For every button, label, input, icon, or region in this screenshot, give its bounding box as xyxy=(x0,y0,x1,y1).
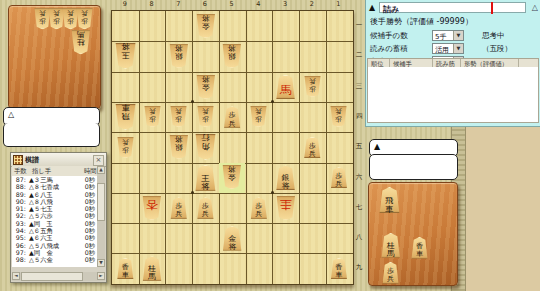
shogi-piece-sente[interactable]: 歩兵 xyxy=(250,197,267,219)
shogi-piece-sente[interactable]: 歩兵 xyxy=(382,262,399,284)
kifu-header-cell: 時間 xyxy=(84,167,97,176)
kifu-move-row[interactable]: 87:▲３三馬0秒 xyxy=(12,176,97,183)
shogi-piece-gote[interactable]: 歩兵 xyxy=(250,106,267,128)
sente-hand-extra-box xyxy=(369,154,458,180)
shogi-piece-sente[interactable]: 桂馬 xyxy=(381,233,401,258)
option-dropdown[interactable]: 活用▼ xyxy=(432,43,464,54)
kifu-cell: 96: xyxy=(13,242,26,249)
shogi-piece-sente[interactable]: 歩兵 xyxy=(170,197,187,219)
file-label: 1 xyxy=(325,0,352,8)
kifu-cell: 88: xyxy=(13,183,26,190)
analysis-option-row: 読みの蓄積活用▼（五段） xyxy=(370,43,538,55)
kifu-cell: 0秒 xyxy=(85,256,95,265)
kifu-cell: 90: xyxy=(13,198,26,205)
file-label: 4 xyxy=(245,0,272,8)
shogi-piece-gote[interactable]: 歩兵 xyxy=(62,8,79,30)
chevron-down-icon[interactable]: ▼ xyxy=(453,31,463,40)
shogi-piece-gote[interactable]: 玉将 xyxy=(115,43,136,69)
grid-line xyxy=(112,102,353,103)
shogi-piece-gote[interactable]: 桂馬 xyxy=(71,30,91,55)
kifu-titlebar[interactable]: 棋譜 × xyxy=(11,153,106,167)
sente-triangle-icon: ▲ xyxy=(369,3,375,12)
option-value: 5手 xyxy=(435,32,446,42)
kifu-header-cell: 指し手 xyxy=(32,167,51,176)
file-label: 9 xyxy=(112,0,139,8)
gote-piece-stand: 歩兵歩兵歩兵歩兵桂馬 xyxy=(8,5,101,109)
kifu-move-row[interactable]: 94:△６五角0秒 xyxy=(12,227,97,234)
grid-line xyxy=(165,11,166,284)
sente-piece-stand: 飛車桂馬香車歩兵 xyxy=(368,182,458,286)
star-point xyxy=(271,100,274,103)
kifu-cell: 92: xyxy=(13,212,26,219)
shogi-piece-sente[interactable]: 香車 xyxy=(411,237,428,259)
shogi-piece-sente[interactable]: 香車 xyxy=(117,258,134,280)
rank-label: 七 xyxy=(354,203,364,212)
shogi-piece-gote[interactable]: 飛車 xyxy=(115,104,136,130)
scroll-right-icon[interactable]: ► xyxy=(97,272,105,280)
grid-line xyxy=(326,11,327,284)
shogi-piece-sente[interactable]: 歩兵 xyxy=(304,137,321,159)
kifu-cell: 94: xyxy=(13,227,26,234)
analysis-titlebar[interactable]: ▲ 詰み △ xyxy=(366,1,540,14)
rank-label: 六 xyxy=(354,173,364,182)
file-label: 7 xyxy=(165,0,192,8)
option-value: 活用 xyxy=(435,45,449,55)
grid-line xyxy=(272,11,273,284)
shogi-piece-sente[interactable]: 歩兵 xyxy=(224,106,241,128)
file-label: 6 xyxy=(192,0,219,8)
scroll-down-icon[interactable]: ▼ xyxy=(97,259,105,267)
rank-label: 五 xyxy=(354,142,364,151)
option-label: 候補手の数 xyxy=(370,31,408,41)
gote-triangle-icon: △ xyxy=(532,3,538,12)
evaluation-status: 後手勝勢（評価値 -99999） xyxy=(370,16,473,27)
grid-line xyxy=(112,193,353,194)
kifu-move-row[interactable]: 92:△５六歩0秒 xyxy=(12,212,97,219)
shogi-piece-gote[interactable]: 金将 xyxy=(196,75,216,100)
option-dropdown[interactable]: 5手▼ xyxy=(432,30,464,41)
kifu-cell: 97: xyxy=(13,249,26,256)
kifu-move-row[interactable]: 98:△５六金0秒 xyxy=(12,256,97,263)
rank-label: 四 xyxy=(354,112,364,121)
kifu-title: 棋譜 xyxy=(25,155,39,165)
grid-line xyxy=(112,223,353,224)
shogi-piece-gote[interactable]: 歩兵 xyxy=(48,8,65,30)
grid-line xyxy=(192,11,193,284)
shogi-piece-sente[interactable]: 金将 xyxy=(222,226,242,251)
grid-line xyxy=(246,11,247,284)
kifu-move-row[interactable]: 91:▲５七玉0秒 xyxy=(12,205,97,212)
star-point xyxy=(191,191,194,194)
shogi-piece-gote[interactable]: 歩兵 xyxy=(34,8,51,30)
option-extra-text: 思考中 xyxy=(482,31,505,41)
shogi-piece-gote-promoted[interactable]: 圭 xyxy=(276,196,296,221)
grid-line xyxy=(112,253,353,254)
shogi-piece-sente[interactable]: 歩兵 xyxy=(330,167,347,189)
kifu-cell: 98: xyxy=(13,256,26,263)
star-point xyxy=(271,191,274,194)
shogi-piece-sente[interactable]: 歩兵 xyxy=(197,197,214,219)
kifu-header-cell: 手数 xyxy=(14,167,27,176)
grid-line xyxy=(219,11,220,284)
kifu-move-row[interactable]: 89:▲６八玉0秒 xyxy=(12,191,97,198)
kifu-move-row[interactable]: 95:▲６六玉0秒 xyxy=(12,234,97,241)
chevron-down-icon[interactable]: ▼ xyxy=(453,44,463,53)
kifu-move-row[interactable]: 97:▲同 金0秒 xyxy=(12,249,97,256)
kifu-move-list[interactable]: 87:▲３三馬0秒88:△８七香成0秒89:▲６八玉0秒90:△８八飛0秒91:… xyxy=(12,176,97,267)
shogi-piece-sente[interactable]: 王将 xyxy=(195,165,216,191)
shogi-piece-sente[interactable]: 飛車 xyxy=(379,187,400,213)
scroll-left-icon[interactable]: ◄ xyxy=(12,272,20,280)
shogi-piece-gote[interactable]: 歩兵 xyxy=(144,106,161,128)
option-label: 読みの蓄積 xyxy=(370,44,408,54)
rank-label: 八 xyxy=(354,233,364,242)
file-label: 3 xyxy=(272,0,299,8)
kifu-horizontal-scrollbar[interactable]: ◄ ► xyxy=(12,272,105,281)
kifu-move-row[interactable]: 90:△８八飛0秒 xyxy=(12,198,97,205)
kifu-move-row[interactable]: 96:△５八飛成0秒 xyxy=(12,242,97,249)
close-icon[interactable]: × xyxy=(93,155,104,166)
shogi-piece-gote[interactable]: 金将 xyxy=(196,14,216,39)
shogi-piece-gote[interactable]: 歩兵 xyxy=(197,106,214,128)
file-label: 5 xyxy=(218,0,245,8)
rank-label: 一 xyxy=(354,21,364,30)
grid-line xyxy=(299,11,300,284)
shogi-piece-gote[interactable]: 歩兵 xyxy=(117,137,134,159)
grid-line xyxy=(112,132,353,133)
sente-mark: ▲ xyxy=(374,142,380,151)
kifu-move-row[interactable]: 93:▲同 玉0秒 xyxy=(12,220,97,227)
shogi-piece-gote[interactable]: 角行 xyxy=(195,134,216,160)
shogi-piece-gote[interactable]: 銀将 xyxy=(169,44,189,69)
option-extra-text: （五段） xyxy=(482,44,512,54)
rank-label: 二 xyxy=(354,51,364,60)
shogi-piece-sente[interactable]: 桂馬 xyxy=(142,256,162,281)
file-label: 2 xyxy=(298,0,325,8)
grid-line xyxy=(112,72,353,73)
shogi-piece-sente[interactable]: 銀将 xyxy=(276,165,296,190)
shogi-board[interactable]: 金将玉将銀将銀将金将馬歩兵飛車歩兵歩兵歩兵歩兵歩兵歩兵歩兵銀将角行歩兵王将金将銀… xyxy=(111,10,354,285)
shogi-piece-gote[interactable]: 歩兵 xyxy=(304,76,321,98)
rank-label: 九 xyxy=(354,263,364,272)
analysis-title: 詰み xyxy=(383,4,399,15)
kifu-move-row[interactable]: 88:△８七香成0秒 xyxy=(12,183,97,190)
star-point xyxy=(191,100,194,103)
kifu-window: 棋譜 × 手数指し手時間 87:▲３三馬0秒88:△８七香成0秒89:▲６八玉0… xyxy=(10,152,107,283)
kifu-cell: △５六金 xyxy=(29,256,53,265)
shogi-piece-sente-promoted[interactable]: 馬 xyxy=(276,75,296,100)
candidate-table-body[interactable] xyxy=(367,67,539,123)
gote-hand-extra-box xyxy=(3,123,100,147)
grid-line xyxy=(139,11,140,284)
kifu-cell: 95: xyxy=(13,234,26,241)
rank-label: 三 xyxy=(354,82,364,91)
horizontal-scroll-thumb[interactable] xyxy=(21,272,83,281)
file-label: 8 xyxy=(138,0,165,8)
kifu-vertical-scrollbar[interactable]: ▲ ▼ xyxy=(97,166,105,267)
kifu-cell: 89: xyxy=(13,191,26,198)
kifu-cell: 93: xyxy=(13,220,26,227)
kifu-cell: 91: xyxy=(13,205,26,212)
analysis-title-field[interactable]: 詰み xyxy=(379,2,526,13)
kifu-board-icon xyxy=(13,155,23,165)
shogi-piece-gote[interactable]: 歩兵 xyxy=(170,106,187,128)
shogi-piece-gote[interactable]: 銀将 xyxy=(169,135,189,160)
scroll-up-icon[interactable]: ▲ xyxy=(97,166,105,174)
grid-line xyxy=(112,41,353,42)
shogi-piece-gote[interactable]: 銀将 xyxy=(222,44,242,69)
shogi-piece-gote-promoted[interactable]: 杏 xyxy=(142,196,162,221)
shogi-piece-gote[interactable]: 歩兵 xyxy=(76,8,93,30)
gote-mark: △ xyxy=(8,110,14,119)
text-cursor xyxy=(491,2,493,14)
shogi-app: 歩兵歩兵歩兵歩兵桂馬 △ 987654321 一二三四五六七八九 金将玉将銀将銀… xyxy=(0,0,540,291)
vertical-scroll-thumb[interactable] xyxy=(97,183,105,221)
analysis-panel: ▲ 詰み △ 後手勝勢（評価値 -99999） 候補手の数5手▼思考中読みの蓄積… xyxy=(365,0,540,127)
shogi-piece-sente[interactable]: 香車 xyxy=(330,258,347,280)
shogi-piece-gote[interactable]: 歩兵 xyxy=(330,106,347,128)
analysis-option-row: 候補手の数5手▼思考中 xyxy=(370,30,538,42)
kifu-cell: 87: xyxy=(13,176,26,183)
